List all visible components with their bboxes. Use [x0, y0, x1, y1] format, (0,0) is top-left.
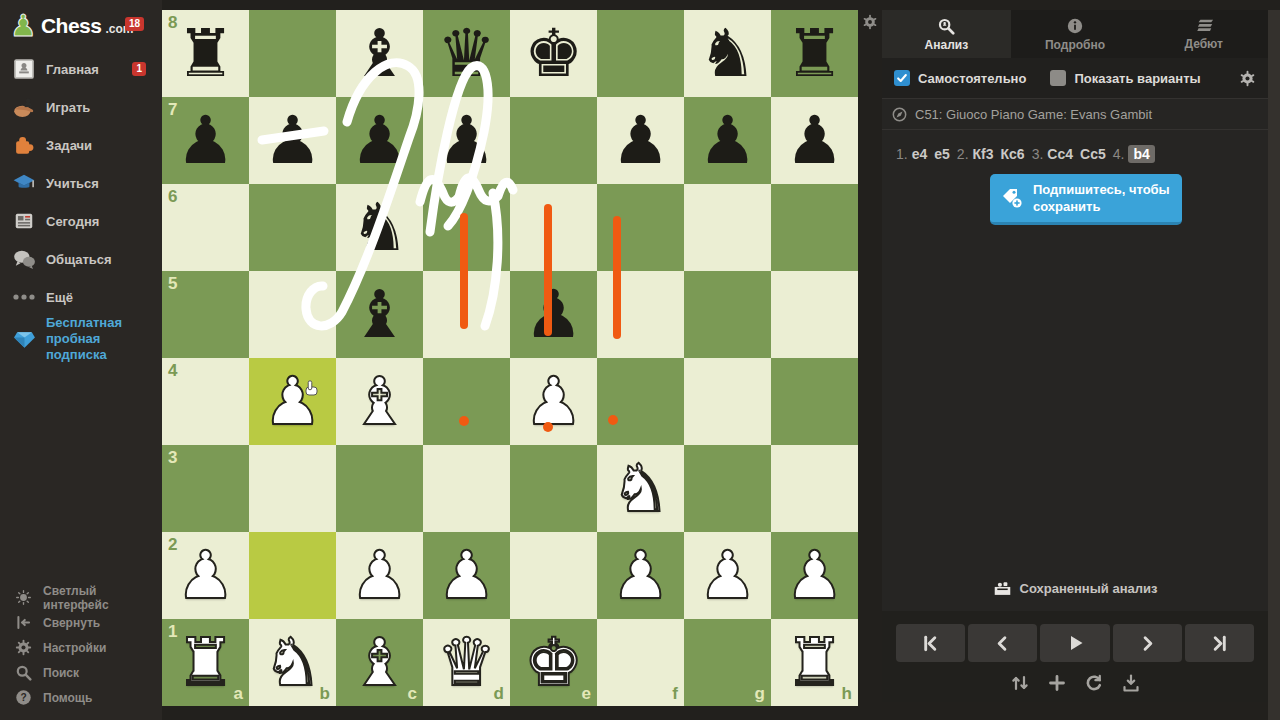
- sidebar-item-free-trial[interactable]: Бесплатная пробная подписка: [0, 316, 162, 362]
- tab-details[interactable]: Подробно: [1011, 10, 1140, 58]
- square-b8[interactable]: [249, 10, 336, 97]
- help-icon: ?: [13, 688, 33, 708]
- saved-analysis-link[interactable]: Сохраненный анализ: [882, 580, 1268, 611]
- white-pawn-g2: ♟: [684, 532, 771, 619]
- white-king-e1: ♚: [510, 619, 597, 706]
- square-e4[interactable]: ♟: [510, 358, 597, 445]
- move-1-black[interactable]: e5: [934, 146, 950, 162]
- svg-text:?: ?: [20, 692, 26, 703]
- square-c4[interactable]: ♝: [336, 358, 423, 445]
- square-d1[interactable]: d♛: [423, 619, 510, 706]
- square-g1[interactable]: g: [684, 619, 771, 706]
- sidebar-item-home[interactable]: Главная 1: [0, 50, 162, 88]
- sidebar-item-social[interactable]: Общаться: [0, 240, 162, 278]
- square-f2[interactable]: ♟: [597, 532, 684, 619]
- panel-tabs: Анализ Подробно Дебют: [882, 10, 1268, 58]
- diamond-icon: [11, 326, 37, 352]
- white-bishop-c4: ♝: [336, 358, 423, 445]
- board-grid[interactable]: 8♜♝♛♚♞♜7♟♟♟♟♟♟♟6♞5♝♟4♟♝♟3♞2♟♟♟♟♟♟1a♜b♞c♝…: [162, 10, 858, 706]
- move-4-white[interactable]: b4: [1128, 145, 1154, 163]
- saved-analysis-icon: [993, 580, 1012, 597]
- square-f3[interactable]: ♞: [597, 445, 684, 532]
- square-f4[interactable]: [597, 358, 684, 445]
- white-pawn-b4: ♟: [249, 358, 336, 445]
- move-number-2: 2.: [957, 146, 969, 162]
- square-c2[interactable]: ♟: [336, 532, 423, 619]
- tab-analysis[interactable]: Анализ: [882, 10, 1011, 58]
- chess-board[interactable]: 8♜♝♛♚♞♜7♟♟♟♟♟♟♟6♞5♝♟4♟♝♟3♞2♟♟♟♟♟♟1a♜b♞c♝…: [162, 10, 858, 706]
- file-label-f: f: [672, 684, 678, 704]
- sidebar: ♟ Chess .com 18 Главная 1 Играть Задачи …: [0, 0, 162, 720]
- black-queen-d8: ♛: [423, 10, 510, 97]
- square-b5[interactable]: [249, 271, 336, 358]
- black-pawn-h7: ♟: [771, 97, 858, 184]
- square-g2[interactable]: ♟: [684, 532, 771, 619]
- square-e6[interactable]: [510, 184, 597, 271]
- square-f5[interactable]: [597, 271, 684, 358]
- white-knight-f3: ♞: [597, 445, 684, 532]
- flip-board-icon[interactable]: [1010, 673, 1030, 693]
- square-c8[interactable]: ♝: [336, 10, 423, 97]
- square-a3[interactable]: 3: [162, 445, 249, 532]
- black-knight-g8: ♞: [684, 10, 771, 97]
- rank-label-2: 2: [168, 535, 177, 555]
- light-theme-icon: [13, 588, 33, 608]
- chat-bubbles-icon: [11, 246, 37, 272]
- square-c7[interactable]: ♟: [336, 97, 423, 184]
- black-rook-h8: ♜: [771, 10, 858, 97]
- sidebar-item-puzzles[interactable]: Задачи: [0, 126, 162, 164]
- sidebar-item-light-theme[interactable]: Светлый интерфейс: [0, 585, 162, 610]
- white-pawn-f2: ♟: [597, 532, 684, 619]
- square-b2[interactable]: [249, 532, 336, 619]
- white-queen-d1: ♛: [423, 619, 510, 706]
- opening-name: C51: Giuoco Piano Game: Evans Gambit: [915, 107, 1152, 122]
- square-d7[interactable]: ♟: [423, 97, 510, 184]
- square-d5[interactable]: [423, 271, 510, 358]
- subscribe-button[interactable]: Подпишитесь, чтобы сохранить: [990, 174, 1182, 225]
- move-3-black[interactable]: Сc5: [1080, 146, 1106, 162]
- square-f1[interactable]: f: [597, 619, 684, 706]
- analysis-settings-gear-icon[interactable]: [1239, 70, 1256, 87]
- move-navigation-bar: [882, 611, 1268, 702]
- download-icon[interactable]: [1121, 673, 1141, 693]
- square-a7[interactable]: 7♟: [162, 97, 249, 184]
- square-f7[interactable]: ♟: [597, 97, 684, 184]
- square-e5[interactable]: ♟: [510, 271, 597, 358]
- black-bishop-c5: ♝: [336, 271, 423, 358]
- white-rook-a1: ♜: [162, 619, 249, 706]
- collapse-icon: [13, 613, 33, 633]
- square-h1[interactable]: h♜: [771, 619, 858, 706]
- square-e7[interactable]: [510, 97, 597, 184]
- white-bishop-c1: ♝: [336, 619, 423, 706]
- white-pawn-h2: ♟: [771, 532, 858, 619]
- logo-text: Chess: [41, 14, 102, 38]
- black-pawn-c7: ♟: [336, 97, 423, 184]
- tag-plus-icon: [1000, 186, 1024, 210]
- board-settings-gear-icon[interactable]: [862, 14, 878, 30]
- square-b3[interactable]: [249, 445, 336, 532]
- black-pawn-e5: ♟: [510, 271, 597, 358]
- file-label-e: e: [582, 684, 591, 704]
- sidebar-item-settings[interactable]: Настройки: [0, 635, 162, 660]
- square-g5[interactable]: [684, 271, 771, 358]
- square-a6[interactable]: 6: [162, 184, 249, 271]
- newspaper-icon: [11, 208, 37, 234]
- file-label-c: c: [408, 684, 417, 704]
- more-dots-icon: [11, 284, 37, 310]
- sidebar-item-learn[interactable]: Учиться: [0, 164, 162, 202]
- last-move-button[interactable]: [1185, 624, 1254, 662]
- square-a5[interactable]: 5: [162, 271, 249, 358]
- file-label-h: h: [842, 684, 852, 704]
- black-pawn-g7: ♟: [684, 97, 771, 184]
- square-h7[interactable]: ♟: [771, 97, 858, 184]
- search-icon: [13, 663, 33, 683]
- analysis-toggles: Самостоятельно Показать варианты: [882, 58, 1268, 99]
- black-pawn-a7: ♟: [162, 97, 249, 184]
- square-b6[interactable]: [249, 184, 336, 271]
- move-1-white[interactable]: e4: [912, 146, 928, 162]
- square-d6[interactable]: [423, 184, 510, 271]
- square-e8[interactable]: ♚: [510, 10, 597, 97]
- graduation-cap-icon: [11, 170, 37, 196]
- white-pawn-a2: ♟: [162, 532, 249, 619]
- black-bishop-c8: ♝: [336, 10, 423, 97]
- opening-name-row[interactable]: C51: Giuoco Piano Game: Evans Gambit: [882, 99, 1268, 130]
- square-h3[interactable]: [771, 445, 858, 532]
- white-knight-b1: ♞: [249, 619, 336, 706]
- home-badge: 1: [132, 62, 146, 76]
- rank-label-1: 1: [168, 622, 177, 642]
- square-d2[interactable]: ♟: [423, 532, 510, 619]
- books-icon: [1194, 18, 1214, 34]
- square-g6[interactable]: [684, 184, 771, 271]
- sidebar-item-help[interactable]: ? Помощь: [0, 685, 162, 710]
- first-move-button[interactable]: [896, 624, 965, 662]
- chesscom-logo[interactable]: ♟ Chess .com 18: [0, 0, 162, 50]
- rank-label-6: 6: [168, 187, 177, 207]
- move-number-4: 4.: [1113, 146, 1125, 162]
- tab-opening[interactable]: Дебют: [1139, 10, 1268, 58]
- square-b1[interactable]: b♞: [249, 619, 336, 706]
- logo-pawn-icon: ♟: [10, 12, 37, 40]
- black-rook-a8: ♜: [162, 10, 249, 97]
- sidebar-item-more[interactable]: Ещё: [0, 278, 162, 316]
- black-pawn-d7: ♟: [423, 97, 510, 184]
- white-pawn-d2: ♟: [423, 532, 510, 619]
- square-b7[interactable]: ♟: [249, 97, 336, 184]
- square-h5[interactable]: [771, 271, 858, 358]
- move-2-white[interactable]: Кf3: [973, 146, 994, 162]
- move-number-3: 3.: [1032, 146, 1044, 162]
- page-right-margin: [1268, 10, 1280, 720]
- rank-label-7: 7: [168, 100, 177, 120]
- analysis-magnifier-icon: [937, 17, 955, 35]
- sidebar-footer: Светлый интерфейс Свернуть Настройки Пои…: [0, 585, 162, 710]
- square-b4[interactable]: ♟: [249, 358, 336, 445]
- sidebar-item-today[interactable]: Сегодня: [0, 202, 162, 240]
- black-pawn-f7: ♟: [597, 97, 684, 184]
- add-move-icon[interactable]: [1047, 673, 1067, 693]
- move-2-black[interactable]: Кc6: [1001, 146, 1025, 162]
- square-c6[interactable]: ♞: [336, 184, 423, 271]
- file-label-b: b: [320, 684, 330, 704]
- square-g4[interactable]: [684, 358, 771, 445]
- move-number-1: 1.: [896, 146, 908, 162]
- play-button[interactable]: [1040, 624, 1109, 662]
- file-label-g: g: [755, 684, 765, 704]
- square-h4[interactable]: [771, 358, 858, 445]
- info-icon: [1066, 17, 1084, 35]
- rank-label-5: 5: [168, 274, 177, 294]
- square-c5[interactable]: ♝: [336, 271, 423, 358]
- sidebar-item-play[interactable]: Играть: [0, 88, 162, 126]
- puzzle-icon: [11, 132, 37, 158]
- square-d8[interactable]: ♛: [423, 10, 510, 97]
- square-a8[interactable]: 8♜: [162, 10, 249, 97]
- white-pawn-c2: ♟: [336, 532, 423, 619]
- white-rook-h1: ♜: [771, 619, 858, 706]
- checkbox-self-analysis[interactable]: [894, 70, 910, 86]
- file-label-a: a: [234, 684, 243, 704]
- home-avatar-icon: [11, 56, 37, 82]
- black-pawn-b7: ♟: [249, 97, 336, 184]
- notification-badge: 18: [125, 17, 144, 31]
- black-king-e8: ♚: [510, 10, 597, 97]
- square-g3[interactable]: [684, 445, 771, 532]
- square-c1[interactable]: c♝: [336, 619, 423, 706]
- analysis-panel: Анализ Подробно Дебют Самостоятельно Пок…: [882, 10, 1268, 702]
- black-knight-c6: ♞: [336, 184, 423, 271]
- square-f6[interactable]: [597, 184, 684, 271]
- white-pawn-e4: ♟: [510, 358, 597, 445]
- square-a1[interactable]: 1a♜: [162, 619, 249, 706]
- settings-gear-icon: [13, 638, 33, 658]
- square-h2[interactable]: ♟: [771, 532, 858, 619]
- square-h8[interactable]: ♜: [771, 10, 858, 97]
- square-a4[interactable]: 4: [162, 358, 249, 445]
- sidebar-item-collapse[interactable]: Свернуть: [0, 610, 162, 635]
- square-e3[interactable]: [510, 445, 597, 532]
- square-a2[interactable]: 2♟: [162, 532, 249, 619]
- sidebar-item-search[interactable]: Поиск: [0, 660, 162, 685]
- play-hand-icon: [11, 94, 37, 120]
- square-c3[interactable]: [336, 445, 423, 532]
- rank-label-4: 4: [168, 361, 177, 381]
- reset-icon[interactable]: [1084, 673, 1104, 693]
- square-h6[interactable]: [771, 184, 858, 271]
- move-3-white[interactable]: Сc4: [1047, 146, 1073, 162]
- square-f8[interactable]: [597, 10, 684, 97]
- checkbox-show-lines[interactable]: [1050, 70, 1066, 86]
- file-label-d: d: [494, 684, 504, 704]
- square-d4[interactable]: [423, 358, 510, 445]
- opening-compass-icon: [892, 107, 907, 122]
- square-d3[interactable]: [423, 445, 510, 532]
- next-move-button[interactable]: [1113, 624, 1182, 662]
- square-e2[interactable]: [510, 532, 597, 619]
- square-g7[interactable]: ♟: [684, 97, 771, 184]
- previous-move-button[interactable]: [968, 624, 1037, 662]
- rank-label-8: 8: [168, 13, 177, 33]
- square-e1[interactable]: e♚: [510, 619, 597, 706]
- square-g8[interactable]: ♞: [684, 10, 771, 97]
- move-list: 1.e4e52.Кf3Кc63.Сc4Сc54.b4: [882, 130, 1268, 162]
- rank-label-3: 3: [168, 448, 177, 468]
